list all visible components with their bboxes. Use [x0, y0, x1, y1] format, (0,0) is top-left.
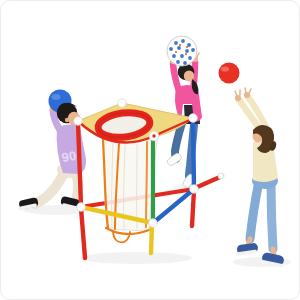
rod-red-right-leg [192, 190, 194, 226]
right-child-right-leg [271, 183, 273, 249]
left-child: 90 [18, 90, 86, 211]
rod-red-right-diag [195, 177, 220, 188]
rod-red-left-leg [81, 208, 85, 258]
connector-cap [218, 173, 224, 179]
left-child-back-leg [35, 173, 64, 204]
connector-top-left [74, 117, 83, 126]
scene-canvas: 90 [1, 1, 300, 300]
connector-mid-front [149, 219, 158, 228]
right-child-hand [235, 95, 241, 101]
connector-top-front-dot [152, 134, 155, 137]
net-strap [146, 142, 147, 227]
polka-dot-ball [167, 36, 197, 66]
red-ball [219, 63, 240, 84]
shirt-graphic: 90 [60, 148, 77, 165]
right-child [235, 88, 285, 268]
connector-top-back [118, 99, 127, 108]
connector-mid-left [77, 203, 86, 212]
connector-mid-right [190, 185, 199, 194]
rod-blue-right [193, 119, 194, 188]
ball-toss-structure [74, 99, 224, 258]
middle-child-arm [173, 64, 179, 91]
rod-yellow-front-leg [151, 224, 152, 253]
product-photo: 90 [0, 0, 300, 300]
rod-red-left-upper [78, 122, 81, 206]
connector-top-right [189, 114, 198, 123]
left-child-ear [65, 118, 69, 122]
right-child-left-leg [250, 181, 259, 239]
